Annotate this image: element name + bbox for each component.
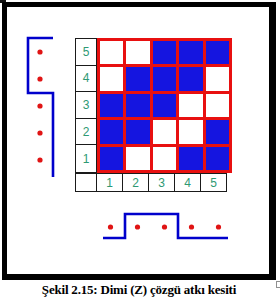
row-label: 2 bbox=[76, 119, 96, 146]
pattern-cell bbox=[153, 147, 176, 170]
thread-dot bbox=[162, 224, 167, 229]
pattern-cell bbox=[153, 41, 176, 64]
pattern-cell bbox=[126, 41, 149, 64]
thread-dot bbox=[108, 224, 113, 229]
thread-dot bbox=[37, 103, 42, 108]
thread-dot bbox=[135, 224, 140, 229]
pattern-cell bbox=[179, 41, 202, 64]
thread-dot bbox=[189, 224, 194, 229]
row-labels: 54321 bbox=[75, 38, 97, 173]
pattern-cell bbox=[100, 147, 123, 170]
pattern-cell bbox=[179, 120, 202, 143]
row-label: 1 bbox=[76, 145, 96, 172]
pattern-cell bbox=[206, 120, 229, 143]
pattern-cell bbox=[206, 41, 229, 64]
pattern-cell bbox=[100, 67, 123, 90]
row-label: 5 bbox=[76, 39, 96, 66]
row-label: 4 bbox=[76, 66, 96, 93]
warp-cross-section-diagram bbox=[20, 30, 65, 182]
pattern-cell bbox=[153, 120, 176, 143]
col-labels: 12345 bbox=[75, 173, 227, 192]
col-label: 4 bbox=[174, 173, 201, 192]
pattern-grid bbox=[97, 38, 232, 173]
thread-dot bbox=[216, 224, 221, 229]
col-label: 3 bbox=[148, 173, 175, 192]
figure-canvas: 54321 12345 Şekil 2.15: Dimi (Z) çözgü a… bbox=[0, 0, 280, 297]
corner-cell bbox=[75, 173, 97, 192]
pattern-cell bbox=[126, 120, 149, 143]
pattern-cell bbox=[100, 120, 123, 143]
col-label: 1 bbox=[96, 173, 123, 192]
pattern-cell bbox=[153, 67, 176, 90]
pattern-cell bbox=[126, 67, 149, 90]
pattern-cell bbox=[126, 94, 149, 117]
pattern-cell bbox=[179, 94, 202, 117]
figure-caption: Şekil 2.15: Dimi (Z) çözgü atkı kesiti bbox=[2, 282, 276, 297]
pattern-cell bbox=[206, 67, 229, 90]
weft-cross-section-diagram bbox=[95, 205, 240, 250]
pattern-cell bbox=[206, 147, 229, 170]
pattern-cell bbox=[206, 94, 229, 117]
warp-weft-dots bbox=[37, 49, 42, 162]
thread-dot bbox=[37, 76, 42, 81]
pattern-cell bbox=[179, 147, 202, 170]
row-label: 3 bbox=[76, 92, 96, 119]
thread-dot bbox=[37, 130, 42, 135]
pattern-cell bbox=[153, 94, 176, 117]
col-label: 2 bbox=[122, 173, 149, 192]
col-label: 5 bbox=[200, 173, 227, 192]
pattern-cell bbox=[179, 67, 202, 90]
pattern-cell bbox=[100, 41, 123, 64]
thread-dot bbox=[37, 49, 42, 54]
pattern-cell bbox=[100, 94, 123, 117]
thread-dot bbox=[37, 157, 42, 162]
pattern-cell bbox=[126, 147, 149, 170]
resize-handle bbox=[276, 281, 280, 288]
